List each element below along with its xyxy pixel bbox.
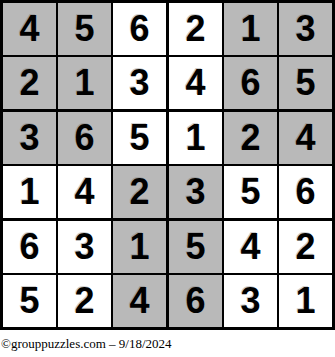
cell-r2c3: 3 [113, 57, 169, 112]
cell-r4c5: 5 [224, 166, 279, 221]
cell-r4c1: 1 [3, 166, 58, 221]
cell-r6c2: 2 [58, 275, 113, 327]
cell-r4c3: 2 [113, 166, 169, 221]
cell-r1c1: 4 [3, 3, 58, 57]
cell-r3c3: 5 [113, 112, 169, 166]
cell-r3c1: 3 [3, 112, 58, 166]
cell-r2c4: 4 [169, 57, 224, 112]
cell-r5c4: 5 [169, 221, 224, 275]
cell-r5c1: 6 [3, 221, 58, 275]
cell-r6c1: 5 [3, 275, 58, 327]
cell-r2c2: 1 [58, 57, 113, 112]
cell-r2c1: 2 [3, 57, 58, 112]
cell-r6c4: 6 [169, 275, 224, 327]
cell-r3c6: 4 [279, 112, 332, 166]
cell-r3c2: 6 [58, 112, 113, 166]
cell-r2c6: 5 [279, 57, 332, 112]
cell-r5c5: 4 [224, 221, 279, 275]
cell-r5c3: 1 [113, 221, 169, 275]
cell-r1c2: 5 [58, 3, 113, 57]
cell-r1c6: 3 [279, 3, 332, 57]
cell-r1c3: 6 [113, 3, 169, 57]
cell-r4c6: 6 [279, 166, 332, 221]
cell-r4c4: 3 [169, 166, 224, 221]
cell-r6c3: 4 [113, 275, 169, 327]
cell-r1c4: 2 [169, 3, 224, 57]
cell-r6c5: 3 [224, 275, 279, 327]
sudoku-board: 456213213465365124142356631542524631 [0, 0, 335, 330]
cell-r5c6: 2 [279, 221, 332, 275]
cell-r3c4: 1 [169, 112, 224, 166]
cell-r1c5: 1 [224, 3, 279, 57]
cell-r5c2: 3 [58, 221, 113, 275]
puzzle-page: 456213213465365124142356631542524631 ©gr… [0, 0, 335, 357]
cell-r4c2: 4 [58, 166, 113, 221]
cell-r3c5: 2 [224, 112, 279, 166]
copyright-footer: ©grouppuzzles.com – 9/18/2024 [1, 336, 335, 352]
cell-r2c5: 6 [224, 57, 279, 112]
cell-r6c6: 1 [279, 275, 332, 327]
